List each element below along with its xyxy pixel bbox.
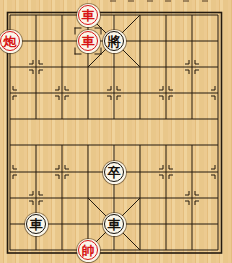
top-edge-artifact <box>165 0 171 2</box>
piece-red-chariot-a[interactable]: 車 <box>75 2 101 28</box>
piece-disc: 車 <box>25 213 48 236</box>
piece-disc: 將 <box>103 30 126 53</box>
piece-label: 車 <box>82 35 95 48</box>
piece-black-soldier[interactable]: 卒 <box>101 159 127 185</box>
piece-label: 帥 <box>82 244 95 257</box>
piece-black-general[interactable]: 將 <box>101 28 127 54</box>
piece-disc: 卒 <box>103 161 126 184</box>
piece-label: 將 <box>108 35 121 48</box>
top-edge-artifact <box>110 0 116 2</box>
piece-black-chariot-a[interactable]: 車 <box>23 211 49 237</box>
piece-red-chariot-b[interactable]: 車 <box>75 28 101 54</box>
top-edge-artifact <box>183 0 189 2</box>
piece-disc: 帥 <box>77 239 100 262</box>
piece-black-chariot-b[interactable]: 車 <box>101 211 127 237</box>
piece-red-cannon[interactable]: 炮 <box>0 28 23 54</box>
piece-label: 車 <box>30 218 43 231</box>
xiangqi-app: 車炮車將卒車車帥 <box>0 0 232 263</box>
piece-label: 車 <box>108 218 121 231</box>
piece-red-general[interactable]: 帥 <box>75 237 101 263</box>
piece-label: 炮 <box>4 35 17 48</box>
piece-disc: 車 <box>77 30 100 53</box>
top-edge-artifact <box>202 0 208 2</box>
piece-disc: 炮 <box>0 30 22 53</box>
piece-label: 車 <box>82 9 95 22</box>
piece-disc: 車 <box>103 213 126 236</box>
piece-disc: 車 <box>77 4 100 27</box>
xiangqi-board[interactable]: 車炮車將卒車車帥 <box>0 2 231 263</box>
piece-label: 卒 <box>108 166 121 179</box>
top-edge-artifact <box>147 0 153 2</box>
top-edge-artifact <box>128 0 134 2</box>
